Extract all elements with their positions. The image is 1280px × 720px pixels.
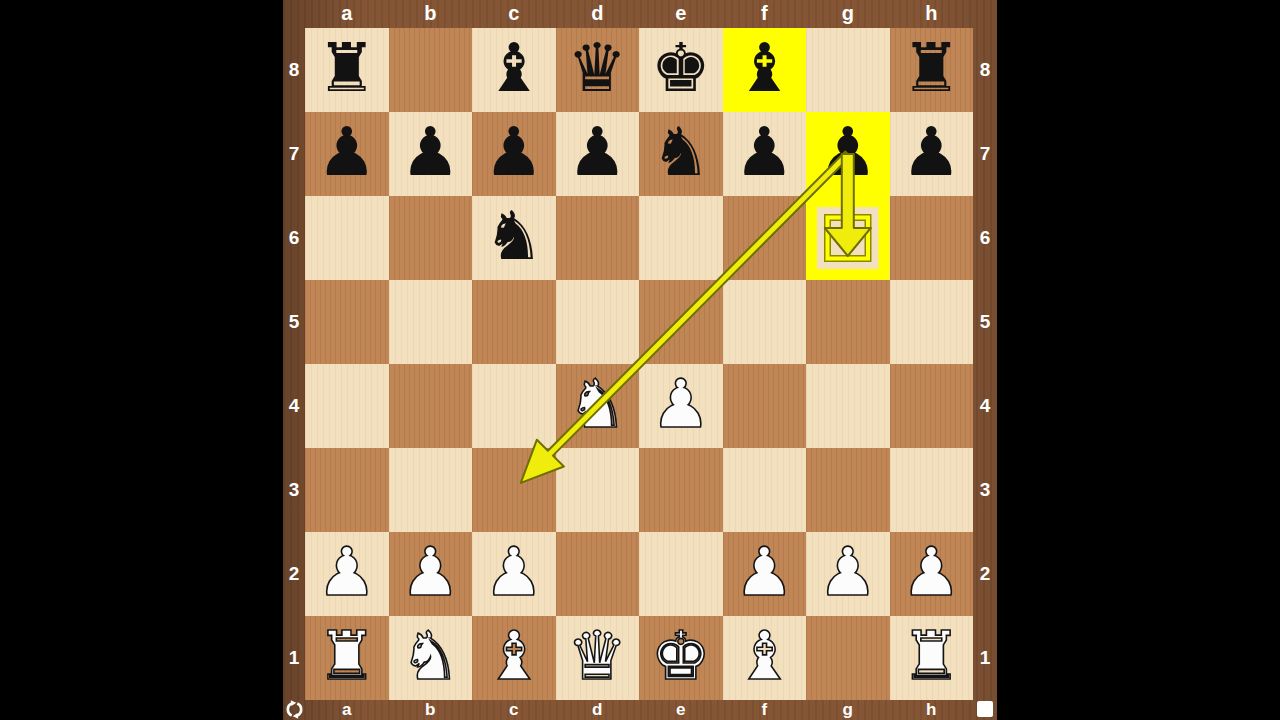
file-label-g: g	[806, 700, 890, 720]
square-e3[interactable]	[639, 448, 723, 532]
piece-black-knight: ♞	[484, 203, 544, 270]
square-c7[interactable]: ♟	[472, 112, 556, 196]
file-label-f: f	[723, 700, 807, 720]
video-frame: abcdefgh abcdefgh 87654321 87654321 ♜♝♛♚…	[0, 0, 1280, 720]
square-d7[interactable]: ♟	[556, 112, 640, 196]
square-f6[interactable]	[723, 196, 807, 280]
square-f8[interactable]: ♝	[723, 28, 807, 112]
square-g8[interactable]	[806, 28, 890, 112]
square-a3[interactable]	[305, 448, 389, 532]
file-label-d: d	[556, 0, 640, 28]
rank-label-3: 3	[973, 448, 997, 532]
file-label-c: c	[472, 700, 556, 720]
square-c1[interactable]: ♝	[472, 616, 556, 700]
square-e2[interactable]	[639, 532, 723, 616]
square-d3[interactable]	[556, 448, 640, 532]
piece-white-pawn: ♟	[484, 539, 544, 606]
square-g6[interactable]	[806, 196, 890, 280]
piece-white-rook: ♜	[317, 623, 377, 690]
square-c6[interactable]: ♞	[472, 196, 556, 280]
file-label-f: f	[723, 0, 807, 28]
file-label-g: g	[806, 0, 890, 28]
piece-black-pawn: ♟	[734, 119, 794, 186]
piece-black-pawn: ♟	[317, 119, 377, 186]
file-label-h: h	[890, 0, 974, 28]
rank-labels-left: 87654321	[283, 28, 305, 700]
rank-label-8: 8	[973, 28, 997, 112]
rank-label-1: 1	[283, 616, 305, 700]
square-d4[interactable]: ♞	[556, 364, 640, 448]
piece-black-king: ♚	[651, 35, 711, 102]
square-f1[interactable]: ♝	[723, 616, 807, 700]
rank-label-7: 7	[283, 112, 305, 196]
square-g7[interactable]: ♟	[806, 112, 890, 196]
rank-label-4: 4	[283, 364, 305, 448]
file-label-a: a	[305, 700, 389, 720]
square-d8[interactable]: ♛	[556, 28, 640, 112]
square-h7[interactable]: ♟	[890, 112, 974, 196]
board-grid: ♜♝♛♚♝♜♟♟♟♟♞♟♟♟♞♞♟♟♟♟♟♟♟♜♞♝♛♚♝♜	[305, 28, 973, 700]
square-e4[interactable]: ♟	[639, 364, 723, 448]
flip-board-icon[interactable]	[284, 700, 305, 719]
piece-white-queen: ♛	[567, 623, 627, 690]
piece-white-pawn: ♟	[818, 539, 878, 606]
stop-icon[interactable]	[977, 701, 993, 717]
square-h1[interactable]: ♜	[890, 616, 974, 700]
square-e8[interactable]: ♚	[639, 28, 723, 112]
square-g4[interactable]	[806, 364, 890, 448]
piece-white-rook: ♜	[901, 623, 961, 690]
chess-board: abcdefgh abcdefgh 87654321 87654321 ♜♝♛♚…	[283, 0, 997, 720]
square-g1[interactable]	[806, 616, 890, 700]
square-b8[interactable]	[389, 28, 473, 112]
piece-black-rook: ♜	[317, 35, 377, 102]
rank-label-5: 5	[283, 280, 305, 364]
rank-label-6: 6	[283, 196, 305, 280]
square-a2[interactable]: ♟	[305, 532, 389, 616]
rank-label-5: 5	[973, 280, 997, 364]
piece-white-knight: ♞	[400, 623, 460, 690]
square-e1[interactable]: ♚	[639, 616, 723, 700]
square-g5[interactable]	[806, 280, 890, 364]
file-label-h: h	[890, 700, 974, 720]
square-h4[interactable]	[890, 364, 974, 448]
square-d5[interactable]	[556, 280, 640, 364]
square-f2[interactable]: ♟	[723, 532, 807, 616]
piece-black-pawn: ♟	[901, 119, 961, 186]
square-b2[interactable]: ♟	[389, 532, 473, 616]
square-b6[interactable]	[389, 196, 473, 280]
file-label-a: a	[305, 0, 389, 28]
square-h6[interactable]	[890, 196, 974, 280]
square-d1[interactable]: ♛	[556, 616, 640, 700]
piece-black-pawn: ♟	[484, 119, 544, 186]
square-f3[interactable]	[723, 448, 807, 532]
piece-black-knight: ♞	[651, 119, 711, 186]
piece-white-king: ♚	[651, 623, 711, 690]
square-e5[interactable]	[639, 280, 723, 364]
file-label-b: b	[389, 0, 473, 28]
rank-label-7: 7	[973, 112, 997, 196]
piece-black-queen: ♛	[567, 35, 627, 102]
square-h8[interactable]: ♜	[890, 28, 974, 112]
square-f7[interactable]: ♟	[723, 112, 807, 196]
square-d2[interactable]	[556, 532, 640, 616]
square-c8[interactable]: ♝	[472, 28, 556, 112]
file-label-e: e	[639, 700, 723, 720]
square-b3[interactable]	[389, 448, 473, 532]
square-b4[interactable]	[389, 364, 473, 448]
file-label-b: b	[389, 700, 473, 720]
square-g3[interactable]	[806, 448, 890, 532]
square-a1[interactable]: ♜	[305, 616, 389, 700]
file-label-e: e	[639, 0, 723, 28]
square-h5[interactable]	[890, 280, 974, 364]
right-letterbox	[997, 0, 1280, 720]
rank-label-1: 1	[973, 616, 997, 700]
rank-label-4: 4	[973, 364, 997, 448]
square-h3[interactable]	[890, 448, 974, 532]
piece-white-pawn: ♟	[317, 539, 377, 606]
square-h2[interactable]: ♟	[890, 532, 974, 616]
square-a6[interactable]	[305, 196, 389, 280]
rank-label-2: 2	[283, 532, 305, 616]
piece-black-pawn: ♟	[400, 119, 460, 186]
square-a8[interactable]: ♜	[305, 28, 389, 112]
file-label-c: c	[472, 0, 556, 28]
square-c4[interactable]	[472, 364, 556, 448]
square-a4[interactable]	[305, 364, 389, 448]
square-d6[interactable]	[556, 196, 640, 280]
piece-white-knight: ♞	[567, 371, 627, 438]
piece-black-pawn: ♟	[818, 119, 878, 186]
piece-white-pawn: ♟	[400, 539, 460, 606]
piece-white-bishop: ♝	[734, 623, 794, 690]
square-c5[interactable]	[472, 280, 556, 364]
piece-white-bishop: ♝	[484, 623, 544, 690]
rank-label-3: 3	[283, 448, 305, 532]
file-label-d: d	[556, 700, 640, 720]
piece-black-bishop: ♝	[734, 35, 794, 102]
file-labels-bottom: abcdefgh	[305, 700, 973, 720]
square-a5[interactable]	[305, 280, 389, 364]
rank-label-2: 2	[973, 532, 997, 616]
square-c2[interactable]: ♟	[472, 532, 556, 616]
piece-black-pawn: ♟	[567, 119, 627, 186]
square-e7[interactable]: ♞	[639, 112, 723, 196]
square-g2[interactable]: ♟	[806, 532, 890, 616]
rank-label-8: 8	[283, 28, 305, 112]
square-b1[interactable]: ♞	[389, 616, 473, 700]
square-a7[interactable]: ♟	[305, 112, 389, 196]
file-labels-top: abcdefgh	[305, 0, 973, 28]
piece-white-pawn: ♟	[901, 539, 961, 606]
piece-white-pawn: ♟	[734, 539, 794, 606]
square-b5[interactable]	[389, 280, 473, 364]
piece-white-pawn: ♟	[651, 371, 711, 438]
piece-black-bishop: ♝	[484, 35, 544, 102]
square-f5[interactable]	[723, 280, 807, 364]
piece-black-rook: ♜	[901, 35, 961, 102]
square-b7[interactable]: ♟	[389, 112, 473, 196]
left-letterbox	[0, 0, 283, 720]
square-c3[interactable]	[472, 448, 556, 532]
square-f4[interactable]	[723, 364, 807, 448]
rank-labels-right: 87654321	[973, 28, 997, 700]
rank-label-6: 6	[973, 196, 997, 280]
square-e6[interactable]	[639, 196, 723, 280]
